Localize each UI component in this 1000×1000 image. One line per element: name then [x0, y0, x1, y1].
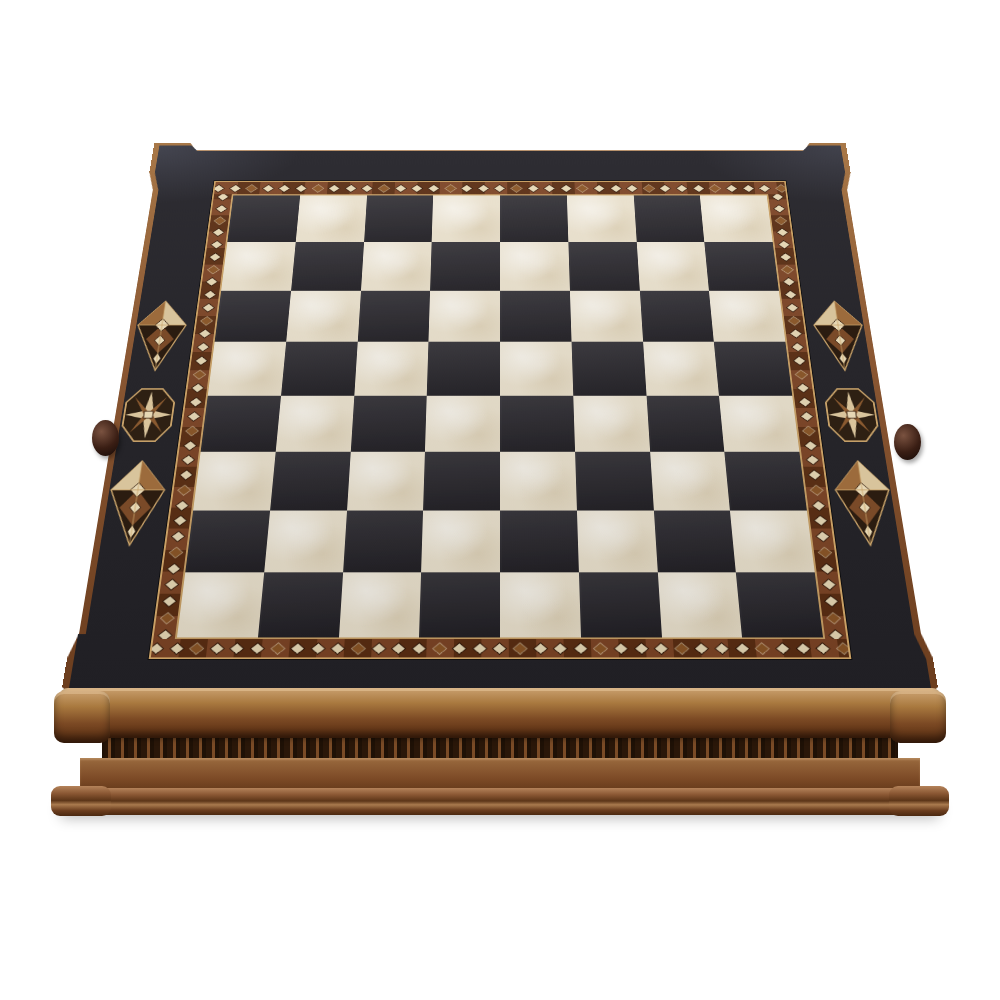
mosaic-diamond [710, 185, 720, 192]
square-d7[interactable] [430, 242, 500, 291]
mosaic-diamond [211, 241, 221, 248]
mosaic-diamond [178, 485, 190, 494]
square-e6[interactable] [500, 291, 571, 342]
product-photo-scene [0, 0, 1000, 1000]
square-h4[interactable] [719, 395, 799, 451]
mosaic-diamond [736, 643, 748, 654]
mosaic-diamond [787, 304, 798, 312]
mosaic-diamond [544, 185, 554, 192]
mosaic-diamond [362, 185, 372, 192]
mosaic-diamond [209, 253, 220, 261]
square-e3[interactable] [500, 451, 577, 510]
mosaic-diamond [644, 185, 654, 192]
square-d5[interactable] [427, 342, 500, 395]
mosaic-diamond [823, 580, 835, 590]
mosaic-diamond [346, 185, 356, 192]
mosaic-diamond [445, 185, 455, 192]
left-drawer-knob[interactable] [92, 420, 119, 456]
square-d4[interactable] [425, 395, 500, 451]
square-e1[interactable] [500, 572, 581, 637]
mosaic-diamond [799, 398, 810, 407]
mosaic-diamond [313, 185, 323, 192]
mosaic-diamond [372, 643, 384, 654]
mosaic-diamond [180, 470, 192, 479]
square-c4[interactable] [350, 395, 427, 451]
mosaic-diamond [213, 229, 223, 236]
mosaic-diamond [528, 185, 538, 192]
mosaic-diamond [176, 501, 188, 510]
square-c5[interactable] [354, 342, 429, 395]
square-b6[interactable] [286, 291, 361, 342]
mosaic-diamond [816, 532, 828, 542]
square-c2[interactable] [343, 510, 424, 572]
square-c6[interactable] [357, 291, 430, 342]
mosaic-diamond [393, 643, 405, 654]
square-f1[interactable] [579, 572, 662, 637]
square-h3[interactable] [724, 451, 806, 510]
mosaic-diamond [495, 185, 505, 192]
mosaic-diamond [433, 643, 445, 654]
mosaic-diamond [829, 630, 841, 639]
mosaic-diamond [201, 317, 212, 325]
square-f2[interactable] [577, 510, 658, 572]
square-f7[interactable] [568, 242, 639, 291]
mosaic-diamond [534, 643, 546, 654]
mosaic-diamond [743, 185, 753, 192]
mosaic-diamond [182, 456, 194, 465]
mosaic-diamond [174, 516, 186, 526]
square-b7[interactable] [291, 242, 364, 291]
square-a5[interactable] [208, 342, 286, 395]
mosaic-diamond [780, 253, 791, 261]
mosaic-diamond [726, 185, 736, 192]
mosaic-diamond [578, 185, 588, 192]
mosaic-diamond [782, 266, 793, 274]
mosaic-diamond [797, 384, 808, 393]
mosaic-diamond [158, 630, 170, 639]
mosaic-diamond [615, 643, 627, 654]
mosaic-diamond [660, 185, 670, 192]
mosaic-diamond [194, 370, 205, 378]
mosaic-diamond [188, 412, 199, 421]
mosaic-diamond [292, 643, 304, 654]
mosaic-diamond [783, 278, 794, 286]
mosaic-diamond [170, 643, 182, 654]
square-d1[interactable] [419, 572, 500, 637]
mosaic-diamond [788, 317, 799, 325]
mosaic-diamond [775, 217, 785, 224]
square-f6[interactable] [570, 291, 643, 342]
mosaic-diamond [814, 516, 826, 526]
chess-box-top [60, 143, 940, 700]
square-b1[interactable] [258, 572, 343, 637]
mosaic-diamond [776, 643, 788, 654]
mosaic-diamond [760, 185, 770, 192]
mosaic-diamond [777, 229, 787, 236]
square-g3[interactable] [650, 451, 730, 510]
mosaic-diamond [790, 330, 801, 338]
square-f5[interactable] [571, 342, 646, 395]
mosaic-diamond [825, 596, 837, 606]
mosaic-diamond [230, 185, 240, 192]
mosaic-diamond [163, 596, 175, 606]
square-g2[interactable] [653, 510, 736, 572]
square-b4[interactable] [276, 395, 354, 451]
mosaic-diamond [186, 426, 197, 435]
square-h6[interactable] [709, 291, 785, 342]
square-c8[interactable] [364, 195, 434, 242]
mosaic-diamond [837, 643, 849, 654]
mosaic-diamond [494, 643, 506, 654]
square-b8[interactable] [296, 195, 367, 242]
mosaic-diamond [716, 643, 728, 654]
mosaic-diamond [211, 643, 223, 654]
mosaic-diamond [172, 532, 184, 542]
mosaic-diamond [635, 643, 647, 654]
mosaic-diamond [395, 185, 405, 192]
mosaic-diamond [208, 266, 219, 274]
mosaic-diamond [792, 343, 803, 351]
mosaic-diamond [251, 643, 263, 654]
square-a3[interactable] [193, 451, 275, 510]
square-g4[interactable] [646, 395, 724, 451]
square-d6[interactable] [429, 291, 500, 342]
mosaic-diamond [214, 217, 224, 224]
mosaic-diamond [280, 185, 290, 192]
mosaic-diamond [611, 185, 621, 192]
mosaic-diamond [561, 185, 571, 192]
square-g5[interactable] [643, 342, 719, 395]
square-c3[interactable] [347, 451, 426, 510]
mosaic-diamond [413, 643, 425, 654]
square-e2[interactable] [500, 510, 579, 572]
mosaic-diamond [778, 241, 788, 248]
mosaic-diamond [574, 643, 586, 654]
square-d2[interactable] [421, 510, 500, 572]
square-g1[interactable] [657, 572, 742, 637]
diamond-band-top [214, 182, 786, 194]
square-b5[interactable] [281, 342, 357, 395]
mosaic-diamond [296, 185, 306, 192]
mosaic-diamond [312, 643, 324, 654]
mosaic-diamond [511, 185, 521, 192]
mosaic-diamond [595, 643, 607, 654]
square-a7[interactable] [221, 242, 295, 291]
mosaic-diamond [161, 613, 173, 623]
mosaic-diamond [197, 343, 208, 351]
mosaic-diamond [821, 564, 833, 574]
mosaic-diamond [693, 185, 703, 192]
mosaic-diamond [810, 485, 822, 494]
mosaic-diamond [675, 643, 687, 654]
mosaic-diamond [803, 426, 814, 435]
mosaic-diamond [217, 194, 227, 200]
square-f8[interactable] [567, 195, 637, 242]
mosaic-diamond [379, 185, 389, 192]
square-g8[interactable] [633, 195, 704, 242]
mosaic-diamond [271, 643, 283, 654]
square-a2[interactable] [185, 510, 270, 572]
square-a6[interactable] [215, 291, 291, 342]
mosaic-diamond [214, 185, 224, 192]
mosaic-diamond [776, 185, 786, 192]
mosaic-diamond [756, 643, 768, 654]
mosaic-diamond [199, 330, 210, 338]
mosaic-diamond [655, 643, 667, 654]
mosaic-diamond [203, 304, 214, 312]
mosaic-diamond [453, 643, 465, 654]
mosaic-diamond [429, 185, 439, 192]
inlay-border-frame [149, 181, 852, 659]
mosaic-diamond [801, 412, 812, 421]
mosaic-diamond [151, 643, 163, 654]
right-drawer-knob[interactable] [894, 424, 921, 460]
mosaic-diamond [191, 643, 203, 654]
mosaic-diamond [462, 185, 472, 192]
mosaic-diamond [827, 613, 839, 623]
mosaic-diamond [817, 643, 829, 654]
mosaic-diamond [805, 441, 816, 450]
square-g6[interactable] [639, 291, 714, 342]
mosaic-diamond [247, 185, 257, 192]
mosaic-diamond [192, 384, 203, 393]
mosaic-diamond [216, 205, 226, 212]
mosaic-diamond [170, 548, 182, 558]
mosaic-diamond [794, 357, 805, 365]
mosaic-diamond [195, 357, 206, 365]
mosaic-diamond [808, 470, 820, 479]
square-h5[interactable] [714, 342, 792, 395]
mosaic-diamond [231, 643, 243, 654]
mosaic-diamond [797, 643, 809, 654]
mosaic-diamond [818, 548, 830, 558]
square-h2[interactable] [730, 510, 815, 572]
square-d3[interactable] [423, 451, 500, 510]
mosaic-diamond [263, 185, 273, 192]
square-g7[interactable] [636, 242, 709, 291]
square-c1[interactable] [338, 572, 421, 637]
star-inlay-icon [821, 386, 883, 444]
mosaic-diamond [677, 185, 687, 192]
mosaic-diamond [806, 456, 818, 465]
mosaic-diamond [412, 185, 422, 192]
square-f4[interactable] [573, 395, 650, 451]
mosaic-diamond [473, 643, 485, 654]
square-b2[interactable] [264, 510, 347, 572]
star-inlay-icon [117, 386, 179, 444]
square-a4[interactable] [201, 395, 281, 451]
square-a1[interactable] [177, 572, 264, 637]
mosaic-diamond [329, 185, 339, 192]
mosaic-diamond [190, 398, 201, 407]
mosaic-diamond [514, 643, 526, 654]
chessboard [175, 194, 825, 639]
mosaic-diamond [554, 643, 566, 654]
square-f3[interactable] [575, 451, 654, 510]
square-e5[interactable] [500, 342, 573, 395]
square-h8[interactable] [700, 195, 773, 242]
square-h7[interactable] [704, 242, 778, 291]
mosaic-diamond [812, 501, 824, 510]
mosaic-diamond [785, 291, 796, 299]
mosaic-diamond [478, 185, 488, 192]
base-foot-molding [55, 788, 945, 815]
mosaic-diamond [184, 441, 195, 450]
board-top-surface [67, 146, 934, 702]
mosaic-diamond [594, 185, 604, 192]
mosaic-diamond [696, 643, 708, 654]
mosaic-diamond [206, 278, 217, 286]
mosaic-diamond [774, 205, 784, 212]
square-e8[interactable] [500, 195, 568, 242]
mosaic-diamond [772, 194, 782, 200]
square-b3[interactable] [270, 451, 350, 510]
mosaic-diamond [352, 643, 364, 654]
base-rim-molding [60, 688, 940, 738]
square-a8[interactable] [227, 195, 300, 242]
square-c7[interactable] [361, 242, 432, 291]
mosaic-diamond [627, 185, 637, 192]
diamond-band-bottom [151, 639, 849, 657]
mosaic-diamond [795, 370, 806, 378]
mosaic-diamond [165, 580, 177, 590]
mosaic-diamond [167, 564, 179, 574]
mosaic-diamond [204, 291, 215, 299]
mosaic-diamond [332, 643, 344, 654]
square-d8[interactable] [432, 195, 500, 242]
square-e4[interactable] [500, 395, 575, 451]
square-e7[interactable] [500, 242, 570, 291]
square-h1[interactable] [736, 572, 823, 637]
